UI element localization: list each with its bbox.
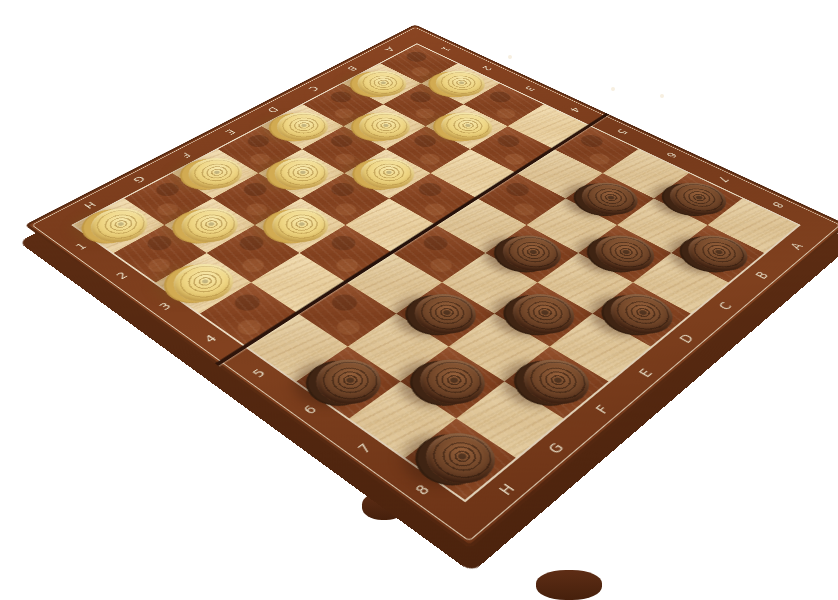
checker-brown-g7[interactable]: ⛂ (407, 351, 498, 414)
board-frame: 12345678 12345678 ABCDEFGH ABCDEFGH ⛀⛂⛀⛀… (24, 24, 838, 548)
checker-yellow-b3[interactable]: ⛀ (431, 107, 503, 146)
pieces-layer: ⛀⛂⛀⛀⛂⛂⛀⛂⛀⛀⛂⛂⛀⛂⛀⛀⛂⛂⛀⛂⛀⛀⛂⛂ (74, 44, 798, 499)
hinge-pin-icon (611, 87, 615, 91)
checker-brown-f6[interactable]: ⛂ (402, 286, 488, 342)
checker-yellow-f3[interactable]: ⛀ (260, 202, 340, 250)
checker-brown-c7[interactable]: ⛂ (584, 228, 666, 278)
checker-brown-e7[interactable]: ⛂ (500, 286, 586, 342)
hinge-pin-icon (660, 94, 664, 98)
hinge-pin-icon (508, 55, 512, 59)
checker-yellow-d3[interactable]: ⛀ (350, 152, 426, 195)
checker-yellow-e2[interactable]: ⛀ (264, 152, 340, 195)
checker-brown-d6[interactable]: ⛂ (491, 228, 573, 278)
checker-brown-b6[interactable]: ⛂ (571, 176, 649, 222)
checker-yellow-c2[interactable]: ⛀ (349, 107, 421, 146)
board-foot-right (536, 570, 602, 600)
checker-yellow-g2[interactable]: ⛀ (170, 202, 250, 250)
product-photo-checkers-board: { "game": "checkers", "board": { "size":… (0, 0, 838, 600)
